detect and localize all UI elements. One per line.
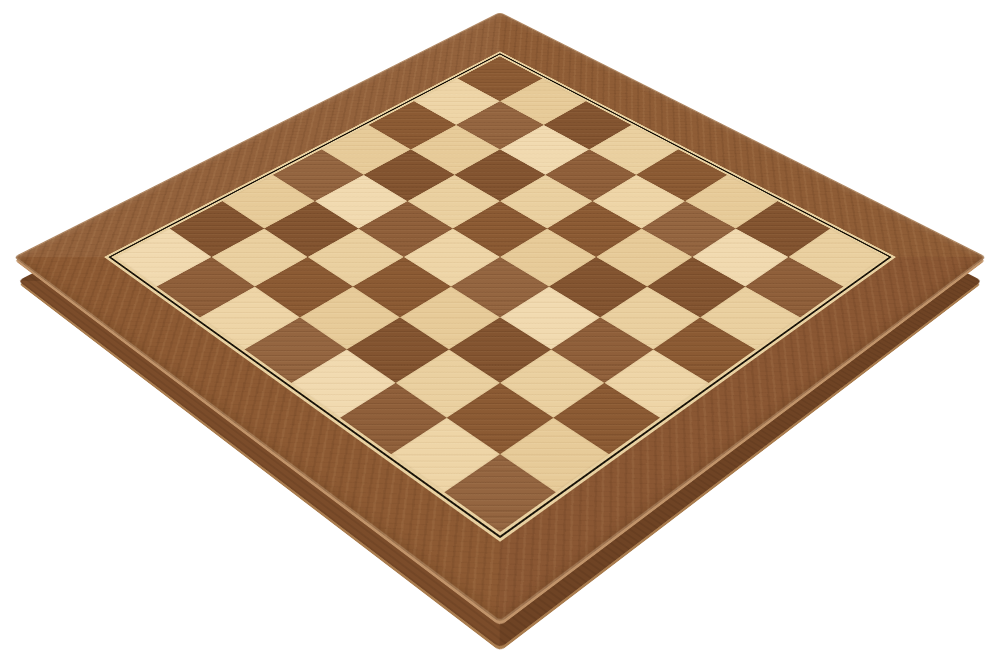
product-photo-scene bbox=[0, 0, 1000, 659]
inlay-ring-ebony-line bbox=[108, 53, 891, 538]
inlay-ring-inner-maple bbox=[111, 54, 889, 535]
board-grid bbox=[115, 56, 884, 532]
chess-board bbox=[13, 12, 986, 623]
board-frame bbox=[13, 12, 986, 623]
inlay-ring-outer-maple bbox=[104, 51, 896, 541]
